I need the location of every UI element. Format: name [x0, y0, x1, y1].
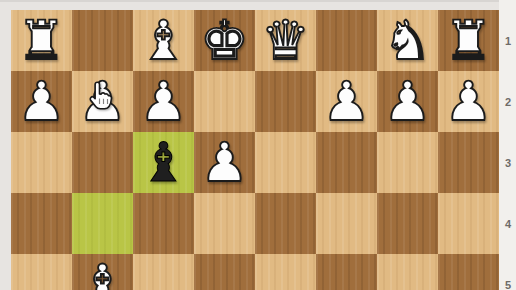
- piece-white-queen-d1[interactable]: ♛: [261, 10, 309, 71]
- square-a5[interactable]: [438, 254, 499, 290]
- piece-white-pawn-e3[interactable]: ♟: [200, 132, 248, 193]
- square-f5[interactable]: [133, 254, 194, 290]
- square-h3[interactable]: [11, 132, 72, 193]
- square-h1[interactable]: ♜: [11, 10, 72, 71]
- square-f3-lastmove-highlight[interactable]: ♝: [133, 132, 194, 193]
- square-d5[interactable]: [255, 254, 316, 290]
- square-f1[interactable]: ♝: [133, 10, 194, 71]
- square-h5[interactable]: [11, 254, 72, 290]
- square-c3[interactable]: [316, 132, 377, 193]
- square-h2[interactable]: ♟: [11, 71, 72, 132]
- square-b2[interactable]: ♟: [377, 71, 438, 132]
- square-e4[interactable]: [194, 193, 255, 254]
- square-c5[interactable]: [316, 254, 377, 290]
- square-g4-lastmove-highlight[interactable]: [72, 193, 133, 254]
- piece-black-bishop-f3[interactable]: ♝: [139, 132, 187, 193]
- square-c4[interactable]: [316, 193, 377, 254]
- piece-white-bishop-f1[interactable]: ♝: [139, 10, 187, 71]
- piece-white-rook-a1[interactable]: ♜: [444, 10, 492, 71]
- piece-white-pawn-f2[interactable]: ♟: [139, 71, 187, 132]
- piece-white-pawn-b2[interactable]: ♟: [383, 71, 431, 132]
- square-b3[interactable]: [377, 132, 438, 193]
- piece-white-pawn-c2[interactable]: ♟: [322, 71, 370, 132]
- piece-white-knight-b1[interactable]: ♞: [383, 10, 431, 71]
- square-f4[interactable]: [133, 193, 194, 254]
- square-b5[interactable]: [377, 254, 438, 290]
- top-divider: [0, 0, 516, 2]
- square-e1[interactable]: ♚: [194, 10, 255, 71]
- square-h4[interactable]: [11, 193, 72, 254]
- square-g2[interactable]: ♟: [72, 71, 133, 132]
- chess-app-viewport: ♜♝♚♛♞♜♟♟♟♟♟♟♝♟♝ 12345: [0, 0, 516, 290]
- piece-white-pawn-h2[interactable]: ♟: [17, 71, 65, 132]
- square-g1[interactable]: [72, 10, 133, 71]
- square-e5[interactable]: [194, 254, 255, 290]
- square-d1[interactable]: ♛: [255, 10, 316, 71]
- square-a2[interactable]: ♟: [438, 71, 499, 132]
- square-e2[interactable]: [194, 71, 255, 132]
- square-b1[interactable]: ♞: [377, 10, 438, 71]
- square-d3[interactable]: [255, 132, 316, 193]
- rank-label-2: 2: [501, 96, 515, 108]
- chess-board[interactable]: ♜♝♚♛♞♜♟♟♟♟♟♟♝♟♝: [11, 10, 499, 290]
- piece-white-pawn-a2[interactable]: ♟: [444, 71, 492, 132]
- square-a4[interactable]: [438, 193, 499, 254]
- square-d2[interactable]: [255, 71, 316, 132]
- square-f2[interactable]: ♟: [133, 71, 194, 132]
- square-e3[interactable]: ♟: [194, 132, 255, 193]
- square-d4[interactable]: [255, 193, 316, 254]
- square-c2[interactable]: ♟: [316, 71, 377, 132]
- rank-label-4: 4: [501, 218, 515, 230]
- square-a3[interactable]: [438, 132, 499, 193]
- rank-label-3: 3: [501, 157, 515, 169]
- rank-label-1: 1: [501, 35, 515, 47]
- piece-white-rook-h1[interactable]: ♜: [17, 10, 65, 71]
- square-g3[interactable]: [72, 132, 133, 193]
- square-g5[interactable]: ♝: [72, 254, 133, 290]
- piece-white-king-e1[interactable]: ♚: [200, 10, 248, 71]
- piece-white-bishop-g5[interactable]: ♝: [78, 254, 126, 290]
- rank-label-5: 5: [501, 279, 515, 290]
- square-a1[interactable]: ♜: [438, 10, 499, 71]
- piece-white-pawn-g2[interactable]: ♟: [78, 71, 126, 132]
- square-c1[interactable]: [316, 10, 377, 71]
- square-b4[interactable]: [377, 193, 438, 254]
